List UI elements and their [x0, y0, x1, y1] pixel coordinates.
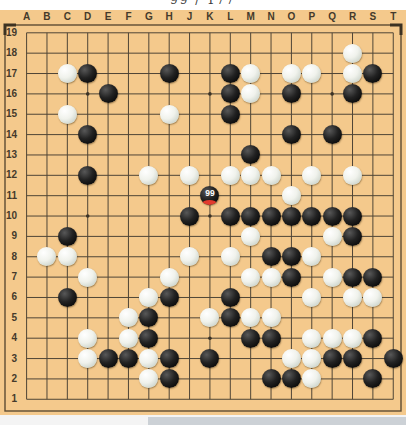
row-label-2: 2: [0, 373, 17, 384]
row-label-14: 14: [0, 129, 17, 140]
stone-white-C17: [58, 64, 77, 83]
row-label-8: 8: [0, 251, 17, 262]
stone-black-E3: [99, 349, 118, 368]
row-label-9: 9: [0, 230, 17, 241]
col-label-O: O: [283, 11, 299, 22]
stone-black-O7: [282, 268, 301, 287]
stone-black-Q14: [323, 125, 342, 144]
col-label-S: S: [365, 11, 381, 22]
stone-black-M4: [241, 329, 260, 348]
last-move-number: 99: [200, 188, 219, 198]
row-label-12: 12: [0, 169, 17, 180]
col-label-G: G: [141, 11, 157, 22]
stone-black-N4: [262, 329, 281, 348]
stone-white-J12: [180, 166, 199, 185]
stone-white-P12: [302, 166, 321, 185]
stone-black-Q3: [323, 349, 342, 368]
stone-black-L15: [221, 105, 240, 124]
stone-black-R9: [343, 227, 362, 246]
stone-black-T3: [384, 349, 403, 368]
row-label-11: 11: [0, 190, 17, 201]
col-label-B: B: [39, 11, 55, 22]
stone-black-R3: [343, 349, 362, 368]
stone-black-Q10: [323, 207, 342, 226]
col-label-A: A: [19, 11, 35, 22]
stone-black-L5: [221, 308, 240, 327]
col-label-F: F: [120, 11, 136, 22]
col-label-P: P: [304, 11, 320, 22]
col-label-H: H: [161, 11, 177, 22]
col-label-D: D: [80, 11, 96, 22]
stone-white-G12: [139, 166, 158, 185]
stone-white-C15: [58, 105, 77, 124]
stone-white-C8: [58, 247, 77, 266]
col-label-M: M: [243, 11, 259, 22]
row-label-4: 4: [0, 332, 17, 343]
stone-black-L17: [221, 64, 240, 83]
stone-white-F4: [119, 329, 138, 348]
go-board[interactable]: ABCDEFGHJKLMNOPQRST191817161514131211109…: [0, 10, 406, 415]
row-label-15: 15: [0, 108, 17, 119]
row-label-1: 1: [0, 393, 17, 404]
stone-white-H7: [160, 268, 179, 287]
stone-black-N8: [262, 247, 281, 266]
stone-white-R17: [343, 64, 362, 83]
row-label-5: 5: [0, 312, 17, 323]
stone-black-H2: [160, 369, 179, 388]
row-label-7: 7: [0, 271, 17, 282]
col-label-E: E: [100, 11, 116, 22]
stone-black-H17: [160, 64, 179, 83]
stone-black-J10: [180, 207, 199, 226]
stone-black-L10: [221, 207, 240, 226]
stone-white-R4: [343, 329, 362, 348]
col-label-K: K: [202, 11, 218, 22]
go-app-screen: 99 / 177 ABCDEFGHJKLMNOPQRST191817161514…: [0, 0, 406, 425]
stone-white-R18: [343, 44, 362, 63]
stone-black-N10: [262, 207, 281, 226]
stone-black-O14: [282, 125, 301, 144]
stone-black-H6: [160, 288, 179, 307]
stone-black-O10: [282, 207, 301, 226]
stone-white-Q4: [323, 329, 342, 348]
bottom-strip: [0, 415, 406, 425]
row-label-18: 18: [0, 47, 17, 58]
stone-black-G4: [139, 329, 158, 348]
stone-white-O17: [282, 64, 301, 83]
stone-black-P10: [302, 207, 321, 226]
stone-white-Q9: [323, 227, 342, 246]
col-label-N: N: [263, 11, 279, 22]
stone-black-M10: [241, 207, 260, 226]
col-label-L: L: [222, 11, 238, 22]
row-label-16: 16: [0, 88, 17, 99]
col-label-Q: Q: [324, 11, 340, 22]
top-bar: 99 / 177: [0, 0, 406, 10]
stone-black-L6: [221, 288, 240, 307]
stone-black-C9: [58, 227, 77, 246]
stone-white-L12: [221, 166, 240, 185]
stone-white-M7: [241, 268, 260, 287]
row-label-3: 3: [0, 353, 17, 364]
stone-black-S7: [363, 268, 382, 287]
stone-white-O3: [282, 349, 301, 368]
stone-black-D12: [78, 166, 97, 185]
stone-white-R12: [343, 166, 362, 185]
col-label-R: R: [345, 11, 361, 22]
stone-white-O11: [282, 186, 301, 205]
stone-white-N12: [262, 166, 281, 185]
stone-white-Q7: [323, 268, 342, 287]
move-counter: 99 / 177: [0, 0, 406, 7]
bottom-strip-shadow: [148, 417, 406, 425]
stone-black-R10: [343, 207, 362, 226]
stone-black-C6: [58, 288, 77, 307]
stone-black-R7: [343, 268, 362, 287]
stone-white-N7: [262, 268, 281, 287]
row-label-6: 6: [0, 291, 17, 302]
stone-white-D7: [78, 268, 97, 287]
row-label-13: 13: [0, 149, 17, 160]
stone-black-E16: [99, 84, 118, 103]
stone-white-D4: [78, 329, 97, 348]
col-label-C: C: [59, 11, 75, 22]
stone-white-L8: [221, 247, 240, 266]
stone-black-F3: [119, 349, 138, 368]
row-label-19: 19: [0, 27, 17, 38]
col-label-J: J: [182, 11, 198, 22]
row-label-17: 17: [0, 68, 17, 79]
stone-black-H3: [160, 349, 179, 368]
stone-white-M12: [241, 166, 260, 185]
stone-white-P4: [302, 329, 321, 348]
stone-white-H15: [160, 105, 179, 124]
stone-white-R6: [343, 288, 362, 307]
col-label-T: T: [385, 11, 401, 22]
row-label-10: 10: [0, 210, 17, 221]
stone-white-N5: [262, 308, 281, 327]
stone-black-S4: [363, 329, 382, 348]
stone-black-N2: [262, 369, 281, 388]
stone-white-M9: [241, 227, 260, 246]
